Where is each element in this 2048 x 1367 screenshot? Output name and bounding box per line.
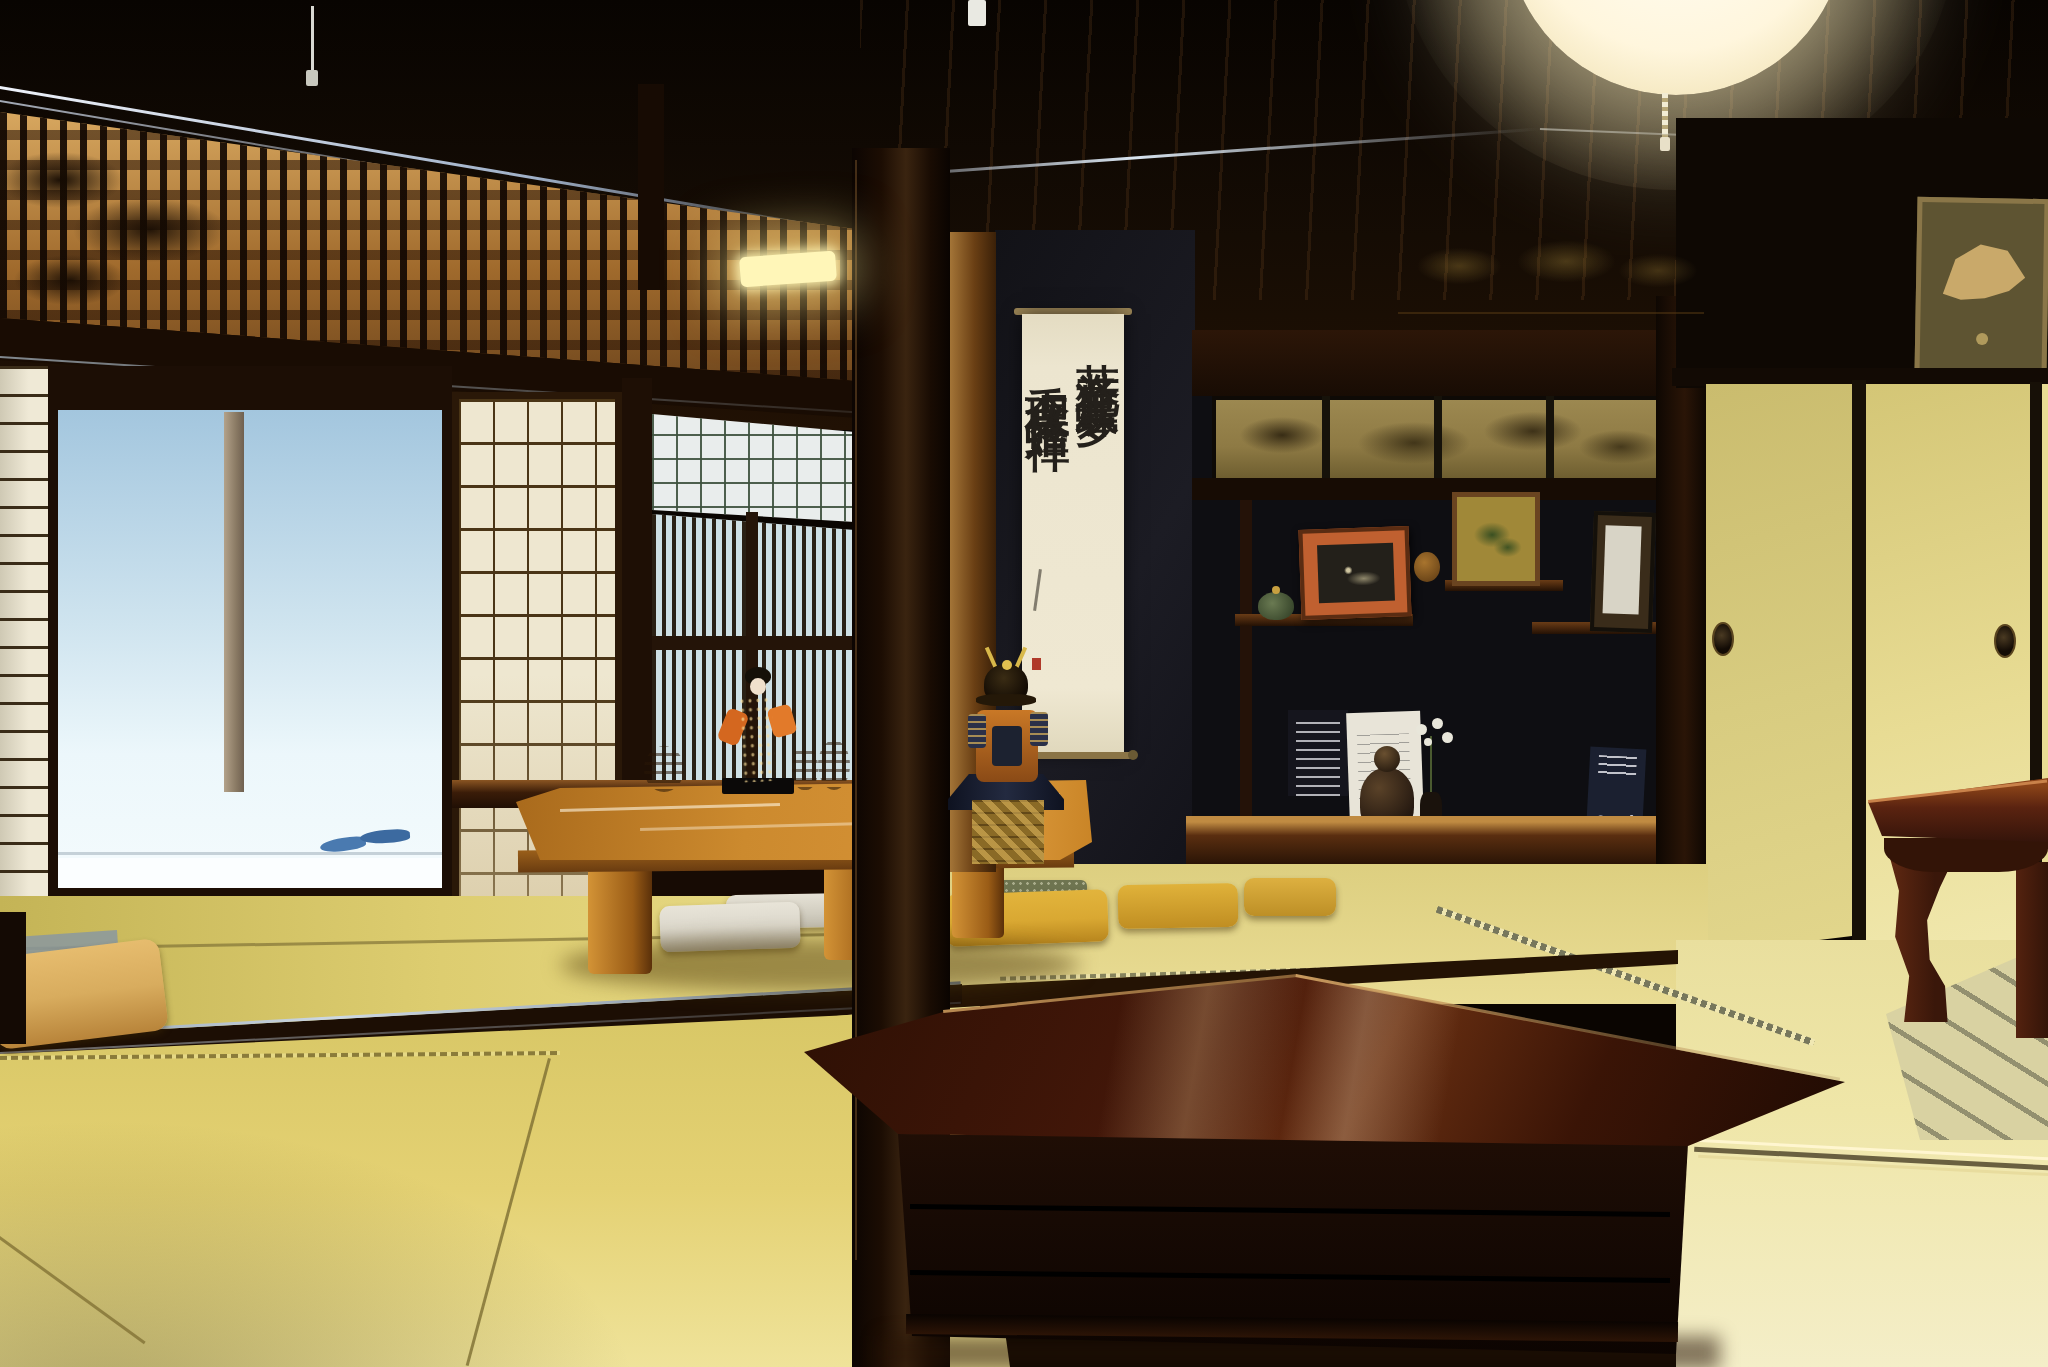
flower-blossom bbox=[1416, 724, 1427, 735]
hanging-tag bbox=[306, 70, 318, 86]
armor-shoulder bbox=[1030, 712, 1048, 746]
lantern-pull-cord bbox=[1662, 93, 1668, 139]
teapot bbox=[1258, 592, 1294, 620]
fan-artwork-frame bbox=[1914, 197, 2048, 377]
alcove-post bbox=[1240, 500, 1252, 820]
framed-print-gold bbox=[1452, 492, 1540, 586]
helmet-brim bbox=[976, 694, 1036, 706]
helmet-crest bbox=[1002, 660, 1012, 670]
hanging-cord bbox=[311, 6, 314, 72]
japanese-tatami-room-photo: 落花驚蝶夢 香理倦蜂禅 bbox=[0, 0, 2048, 1367]
small-gourd bbox=[1414, 552, 1440, 582]
framed-print-orange bbox=[1298, 526, 1411, 620]
panel-mullion bbox=[1434, 396, 1442, 482]
shoji-slats bbox=[0, 366, 48, 918]
fusuma-door-2 bbox=[1866, 384, 2030, 986]
transom-mullion bbox=[638, 84, 664, 290]
white-chrysanthemums bbox=[1402, 716, 1462, 800]
shoji-screen-left bbox=[0, 366, 55, 918]
gourd-basket bbox=[644, 746, 684, 792]
armor-chest-plate bbox=[992, 726, 1022, 766]
panel-mullion bbox=[1546, 396, 1554, 482]
fusuma-frame bbox=[1852, 380, 1866, 972]
ceiling-fixture bbox=[968, 0, 986, 26]
frame-knob bbox=[1976, 333, 1988, 345]
gourd-basket bbox=[792, 746, 818, 790]
veranda-floor bbox=[58, 858, 442, 888]
alcove-top-beam bbox=[1192, 330, 1676, 396]
fusuma-door-1 bbox=[1706, 384, 1852, 954]
gourd-basket bbox=[818, 740, 850, 790]
table-silhouette-left bbox=[0, 912, 26, 1044]
fusuma-handle bbox=[1712, 622, 1734, 656]
armor-shoulder bbox=[968, 714, 986, 748]
kimono-body bbox=[738, 695, 776, 783]
lantern-cord-knob bbox=[1660, 137, 1670, 151]
calligraphy-column-left: 香理倦蜂禅 bbox=[1026, 350, 1070, 400]
fan-artwork bbox=[1934, 230, 2036, 328]
kimono-doll bbox=[722, 662, 794, 794]
signature-marks bbox=[1033, 569, 1042, 611]
doll-face bbox=[750, 678, 766, 695]
garden-opening-frame bbox=[48, 366, 452, 918]
frame-paper bbox=[1603, 525, 1642, 614]
alcove-beam bbox=[1192, 478, 1676, 500]
veranda-post bbox=[224, 412, 244, 792]
calligraphy-column-right: 落花驚蝶夢 bbox=[1076, 328, 1120, 378]
flower-blossom bbox=[1442, 732, 1453, 743]
info-board-dark bbox=[1288, 710, 1348, 796]
flower-stem bbox=[1430, 736, 1432, 800]
panel-mullion bbox=[1322, 396, 1330, 482]
statue-head bbox=[1374, 746, 1400, 772]
brocade-stand bbox=[972, 800, 1044, 864]
alcove-sill bbox=[1186, 816, 1680, 870]
zabuton-mustard bbox=[1118, 883, 1239, 929]
painted-transom-panels bbox=[1398, 220, 1704, 314]
framed-print-dark bbox=[1590, 511, 1656, 633]
samurai-armor-doll bbox=[948, 652, 1064, 866]
right-table-leg bbox=[2016, 862, 2048, 1038]
flower-blossom bbox=[1432, 718, 1443, 729]
fusuma-handle bbox=[1994, 624, 2016, 658]
scroll-rod-end bbox=[1128, 750, 1138, 760]
daylight-opening bbox=[58, 410, 442, 888]
print-image bbox=[1317, 543, 1395, 604]
alcove-side-post bbox=[1656, 296, 1708, 962]
flower-blossom bbox=[1424, 738, 1432, 746]
teapot-knob bbox=[1272, 586, 1280, 594]
zabuton-mustard bbox=[1244, 878, 1336, 916]
veranda-edge bbox=[58, 852, 442, 855]
wall-mullion bbox=[622, 378, 652, 806]
right-table-apron bbox=[1884, 838, 2048, 872]
center-table-leg bbox=[588, 868, 652, 974]
